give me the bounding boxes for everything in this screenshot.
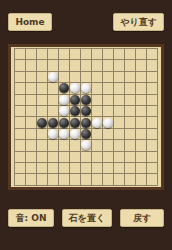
board-cell[interactable] [26, 95, 37, 106]
board-cell[interactable] [81, 163, 92, 174]
board-cell[interactable] [114, 140, 125, 151]
board-cell[interactable] [114, 129, 125, 140]
board-grid [14, 48, 158, 186]
board-cell[interactable] [92, 49, 103, 60]
board-cell[interactable] [136, 152, 147, 163]
board-cell[interactable] [125, 83, 136, 94]
board-cell[interactable] [59, 60, 70, 71]
stone-black [70, 118, 80, 128]
board-cell[interactable] [125, 72, 136, 83]
board-cell[interactable] [59, 152, 70, 163]
board-cell[interactable] [92, 152, 103, 163]
board-cell[interactable] [48, 49, 59, 60]
board-cell[interactable] [92, 83, 103, 94]
board-cell[interactable] [103, 83, 114, 94]
board-cell[interactable] [70, 117, 81, 128]
board-cell[interactable] [103, 60, 114, 71]
board-cell[interactable] [147, 83, 158, 94]
board-cell[interactable] [125, 140, 136, 151]
board-cell[interactable] [59, 174, 70, 185]
board-cell[interactable] [48, 117, 59, 128]
stone-black [70, 106, 80, 116]
board-cell[interactable] [103, 117, 114, 128]
board-cell[interactable] [37, 140, 48, 151]
board-cell[interactable] [70, 152, 81, 163]
board-cell[interactable] [48, 152, 59, 163]
stone-black [81, 118, 91, 128]
stone-black [70, 95, 80, 105]
board-cell[interactable] [92, 129, 103, 140]
board-cell[interactable] [48, 174, 59, 185]
bottom-bar: 音: ON 石を置く 戻す [0, 190, 172, 227]
board-cell[interactable] [114, 95, 125, 106]
board-cell[interactable] [136, 95, 147, 106]
board-cell[interactable] [125, 174, 136, 185]
board-cell[interactable] [59, 83, 70, 94]
board-cell[interactable] [147, 140, 158, 151]
stone-white [48, 72, 58, 82]
board-cell[interactable] [48, 140, 59, 151]
board-cell[interactable] [114, 163, 125, 174]
board-cell[interactable] [59, 95, 70, 106]
board-cell[interactable] [15, 117, 26, 128]
board-cell[interactable] [92, 106, 103, 117]
board-cell[interactable] [48, 72, 59, 83]
board-cell[interactable] [147, 72, 158, 83]
board-cell[interactable] [114, 152, 125, 163]
board-cell[interactable] [26, 60, 37, 71]
stone-white [48, 129, 58, 139]
board-cell[interactable] [92, 174, 103, 185]
stone-white [92, 118, 102, 128]
board-cell[interactable] [81, 49, 92, 60]
board-cell[interactable] [81, 152, 92, 163]
board-cell[interactable] [59, 163, 70, 174]
board-cell[interactable] [37, 174, 48, 185]
board-cell[interactable] [59, 49, 70, 60]
board-cell[interactable] [92, 163, 103, 174]
board-cell[interactable] [15, 163, 26, 174]
board-cell[interactable] [147, 106, 158, 117]
board-cell[interactable] [136, 49, 147, 60]
stone-white [81, 140, 91, 150]
board-cell[interactable] [114, 117, 125, 128]
board-cell[interactable] [114, 60, 125, 71]
board-cell[interactable] [37, 72, 48, 83]
board-cell[interactable] [26, 117, 37, 128]
board-cell[interactable] [114, 49, 125, 60]
board-cell[interactable] [59, 129, 70, 140]
board-cell[interactable] [15, 49, 26, 60]
stone-black [59, 118, 69, 128]
board-cell[interactable] [114, 72, 125, 83]
board-cell[interactable] [103, 49, 114, 60]
board-cell[interactable] [136, 117, 147, 128]
home-button[interactable]: Home [8, 13, 52, 31]
board-cell[interactable] [92, 140, 103, 151]
board-cell[interactable] [81, 83, 92, 94]
board-cell[interactable] [125, 163, 136, 174]
board-cell[interactable] [26, 163, 37, 174]
board-cell[interactable] [15, 174, 26, 185]
stone-white [59, 106, 69, 116]
board-cell[interactable] [48, 95, 59, 106]
board-cell[interactable] [37, 106, 48, 117]
board-cell[interactable] [26, 49, 37, 60]
board-cell[interactable] [103, 140, 114, 151]
board-cell[interactable] [136, 60, 147, 71]
board-cell[interactable] [81, 60, 92, 71]
board-cell[interactable] [147, 129, 158, 140]
stone-white [70, 129, 80, 139]
stone-black [48, 118, 58, 128]
board-cell[interactable] [92, 117, 103, 128]
board-cell[interactable] [125, 60, 136, 71]
board-cell[interactable] [81, 140, 92, 151]
board-cell[interactable] [48, 129, 59, 140]
board-cell[interactable] [59, 117, 70, 128]
board-cell[interactable] [81, 95, 92, 106]
board-cell[interactable] [147, 163, 158, 174]
board-cell[interactable] [125, 49, 136, 60]
board-cell[interactable] [125, 117, 136, 128]
board-cell[interactable] [147, 95, 158, 106]
stone-black [81, 106, 91, 116]
stone-white [59, 129, 69, 139]
board-cell[interactable] [92, 95, 103, 106]
board-cell[interactable] [103, 95, 114, 106]
board-cell[interactable] [70, 106, 81, 117]
stone-white [81, 83, 91, 93]
board-cell[interactable] [125, 106, 136, 117]
board-cell[interactable] [70, 129, 81, 140]
board-cell[interactable] [48, 60, 59, 71]
board-cell[interactable] [92, 72, 103, 83]
board-cell[interactable] [81, 106, 92, 117]
board-cell[interactable] [136, 174, 147, 185]
board-cell[interactable] [70, 72, 81, 83]
board-cell[interactable] [15, 152, 26, 163]
board-cell[interactable] [37, 95, 48, 106]
board-cell[interactable] [48, 83, 59, 94]
board-cell[interactable] [70, 163, 81, 174]
board-cell[interactable] [15, 83, 26, 94]
stone-white [70, 83, 80, 93]
board-cell[interactable] [136, 163, 147, 174]
board-cell[interactable] [59, 140, 70, 151]
board-cell[interactable] [136, 140, 147, 151]
board-cell[interactable] [37, 83, 48, 94]
board-cell[interactable] [37, 129, 48, 140]
board-cell[interactable] [81, 117, 92, 128]
board-cell[interactable] [125, 129, 136, 140]
board-cell[interactable] [147, 117, 158, 128]
board-cell[interactable] [15, 106, 26, 117]
board-cell[interactable] [26, 83, 37, 94]
undo-button[interactable]: 戻す [120, 209, 164, 227]
board-cell[interactable] [136, 83, 147, 94]
top-bar: Home やり直す [0, 0, 172, 44]
board-cell[interactable] [37, 152, 48, 163]
board-cell[interactable] [81, 72, 92, 83]
board-cell[interactable] [59, 106, 70, 117]
stone-black [81, 95, 91, 105]
board-cell[interactable] [15, 72, 26, 83]
board-cell[interactable] [15, 129, 26, 140]
board-cell[interactable] [136, 72, 147, 83]
redo-button[interactable]: やり直す [113, 13, 164, 31]
board-cell[interactable] [26, 72, 37, 83]
sound-toggle-button[interactable]: 音: ON [8, 209, 54, 227]
board-cell[interactable] [81, 129, 92, 140]
board-cell[interactable] [37, 117, 48, 128]
board-cell[interactable] [136, 106, 147, 117]
board-cell[interactable] [37, 49, 48, 60]
stone-black [37, 118, 47, 128]
board-cell[interactable] [70, 60, 81, 71]
board-cell[interactable] [125, 152, 136, 163]
stone-black [59, 83, 69, 93]
board-cell[interactable] [37, 163, 48, 174]
board-cell[interactable] [103, 152, 114, 163]
board-cell[interactable] [147, 174, 158, 185]
board-cell[interactable] [48, 106, 59, 117]
board-cell[interactable] [114, 106, 125, 117]
board-cell[interactable] [147, 152, 158, 163]
board-cell[interactable] [15, 60, 26, 71]
board-cell[interactable] [26, 140, 37, 151]
board-cell[interactable] [92, 60, 103, 71]
board-cell[interactable] [26, 129, 37, 140]
board-cell[interactable] [70, 95, 81, 106]
board-cell[interactable] [70, 174, 81, 185]
board [8, 44, 164, 190]
board-cell[interactable] [70, 49, 81, 60]
board-cell[interactable] [147, 49, 158, 60]
board-cell[interactable] [103, 174, 114, 185]
board-cell[interactable] [103, 72, 114, 83]
board-cell[interactable] [103, 163, 114, 174]
stone-black [81, 129, 91, 139]
board-cell[interactable] [26, 106, 37, 117]
board-cell[interactable] [37, 60, 48, 71]
stone-white [103, 118, 113, 128]
board-cell[interactable] [15, 140, 26, 151]
board-cell[interactable] [103, 106, 114, 117]
board-cell[interactable] [15, 95, 26, 106]
board-cell[interactable] [103, 129, 114, 140]
board-cell[interactable] [114, 174, 125, 185]
board-cell[interactable] [26, 152, 37, 163]
board-cell[interactable] [48, 163, 59, 174]
board-cell[interactable] [26, 174, 37, 185]
board-cell[interactable] [81, 174, 92, 185]
board-cell[interactable] [59, 72, 70, 83]
board-cell[interactable] [70, 83, 81, 94]
board-cell[interactable] [136, 129, 147, 140]
board-cell[interactable] [114, 83, 125, 94]
board-cell[interactable] [147, 60, 158, 71]
stone-white [59, 95, 69, 105]
board-cell[interactable] [125, 95, 136, 106]
board-cell[interactable] [70, 140, 81, 151]
place-stone-button[interactable]: 石を置く [62, 209, 112, 227]
